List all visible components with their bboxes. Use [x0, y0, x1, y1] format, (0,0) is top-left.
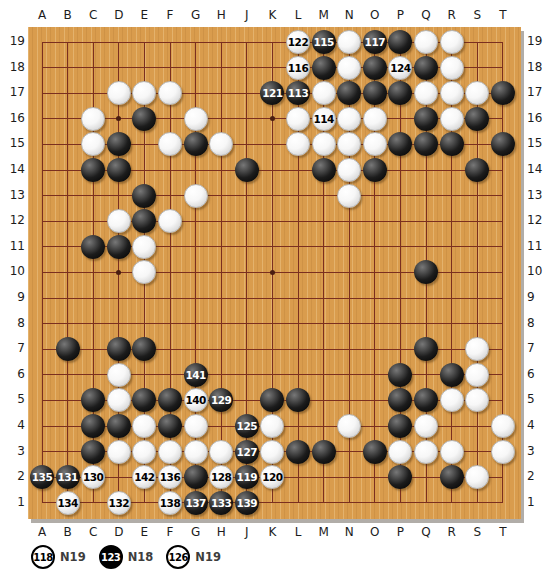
row-label: 6: [1, 367, 25, 381]
row-label: 3: [1, 444, 25, 458]
white-stone: 140: [184, 388, 208, 412]
column-label: R: [442, 525, 462, 539]
white-stone: 138: [158, 491, 182, 515]
move-caption: 118N19123N18126N19: [31, 544, 234, 570]
black-stone: [491, 81, 515, 105]
black-stone: [363, 81, 387, 105]
white-stone: [312, 132, 336, 156]
black-stone: [56, 337, 80, 361]
grid-line: [42, 298, 504, 299]
column-label: J: [237, 8, 257, 22]
white-stone: [158, 440, 182, 464]
white-stone: [414, 440, 438, 464]
white-stone: 116: [286, 56, 310, 80]
white-stone: [184, 440, 208, 464]
black-stone: 141: [184, 363, 208, 387]
white-stone: 114: [312, 107, 336, 131]
row-label: 5: [527, 392, 550, 406]
black-stone: [440, 465, 464, 489]
white-stone: [491, 414, 515, 438]
white-stone: [440, 81, 464, 105]
white-stone: 122: [286, 30, 310, 54]
grid-line: [42, 323, 504, 324]
row-label: 12: [527, 213, 550, 227]
column-label: G: [186, 8, 206, 22]
column-label: O: [365, 8, 385, 22]
white-stone: [414, 81, 438, 105]
row-label: 11: [1, 239, 25, 253]
black-stone: [312, 56, 336, 80]
black-stone: [184, 132, 208, 156]
white-stone: [491, 440, 515, 464]
white-stone: [414, 30, 438, 54]
column-label: S: [467, 8, 487, 22]
white-stone: [184, 107, 208, 131]
black-stone: 131: [56, 465, 80, 489]
black-stone: [107, 337, 131, 361]
column-label: L: [288, 525, 308, 539]
column-label: R: [442, 8, 462, 22]
column-label: E: [134, 525, 154, 539]
row-label: 3: [527, 444, 550, 458]
black-stone: [107, 414, 131, 438]
black-stone: [363, 158, 387, 182]
column-label: M: [314, 8, 334, 22]
row-label: 8: [1, 316, 25, 330]
black-stone: [414, 56, 438, 80]
column-label: M: [314, 525, 334, 539]
row-label: 7: [527, 341, 550, 355]
black-stone: [132, 184, 156, 208]
white-stone: [107, 363, 131, 387]
row-label: 11: [527, 239, 550, 253]
row-label: 5: [1, 392, 25, 406]
white-stone: [158, 209, 182, 233]
row-label: 1: [1, 495, 25, 509]
column-label: N: [339, 8, 359, 22]
column-label: J: [237, 525, 257, 539]
column-label: T: [493, 8, 513, 22]
black-stone: 133: [209, 491, 233, 515]
column-label: A: [32, 8, 52, 22]
row-label: 18: [527, 60, 550, 74]
caption-white-stone: 118: [31, 545, 55, 569]
row-label: 6: [527, 367, 550, 381]
white-stone: [81, 107, 105, 131]
column-label: F: [160, 8, 180, 22]
row-label: 2: [1, 469, 25, 483]
black-stone: [81, 235, 105, 259]
black-stone: [465, 107, 489, 131]
column-label: N: [339, 525, 359, 539]
row-label: 19: [1, 34, 25, 48]
black-stone: [107, 158, 131, 182]
column-label: K: [262, 8, 282, 22]
black-stone: 125: [235, 414, 259, 438]
black-stone: [81, 158, 105, 182]
row-label: 9: [527, 290, 550, 304]
row-label: 14: [1, 162, 25, 176]
black-stone: [440, 132, 464, 156]
black-stone: 137: [184, 491, 208, 515]
black-stone: 127: [235, 440, 259, 464]
black-stone: 119: [235, 465, 259, 489]
white-stone: [209, 440, 233, 464]
column-label: B: [58, 8, 78, 22]
white-stone: [440, 56, 464, 80]
column-label: P: [390, 8, 410, 22]
row-label: 4: [527, 418, 550, 432]
column-label: D: [109, 8, 129, 22]
black-stone: 113: [286, 81, 310, 105]
white-stone: [337, 158, 361, 182]
black-stone: [286, 440, 310, 464]
black-stone: [465, 158, 489, 182]
black-stone: 117: [363, 30, 387, 54]
row-label: 13: [527, 188, 550, 202]
white-stone: [337, 184, 361, 208]
caption-white-stone: 126: [166, 545, 190, 569]
white-stone: 136: [158, 465, 182, 489]
column-label: A: [32, 525, 52, 539]
row-label: 2: [527, 469, 550, 483]
white-stone: [260, 440, 284, 464]
go-diagram: 118N19123N18126N19 AABBCCDDEEFFGGHHJJKKL…: [0, 0, 550, 582]
white-stone: [363, 107, 387, 131]
black-stone: [440, 363, 464, 387]
caption-black-stone: 123: [99, 545, 123, 569]
white-stone: 124: [388, 56, 412, 80]
black-stone: [81, 440, 105, 464]
white-stone: [440, 107, 464, 131]
column-label: K: [262, 525, 282, 539]
column-label: F: [160, 525, 180, 539]
white-stone: [388, 440, 412, 464]
column-label: T: [493, 525, 513, 539]
white-stone: [440, 388, 464, 412]
column-label: G: [186, 525, 206, 539]
white-stone: [184, 184, 208, 208]
row-label: 17: [1, 85, 25, 99]
column-label: E: [134, 8, 154, 22]
column-label: Q: [416, 525, 436, 539]
white-stone: [337, 107, 361, 131]
column-label: S: [467, 525, 487, 539]
row-label: 7: [1, 341, 25, 355]
white-stone: [184, 414, 208, 438]
white-stone: [465, 363, 489, 387]
black-stone: [312, 158, 336, 182]
row-label: 12: [1, 213, 25, 227]
row-label: 14: [527, 162, 550, 176]
white-stone: [107, 81, 131, 105]
row-label: 15: [1, 136, 25, 150]
black-stone: [363, 56, 387, 80]
column-label: L: [288, 8, 308, 22]
black-stone: [184, 465, 208, 489]
white-stone: [158, 81, 182, 105]
row-label: 9: [1, 290, 25, 304]
column-label: D: [109, 525, 129, 539]
row-label: 4: [1, 418, 25, 432]
white-stone: [440, 440, 464, 464]
white-stone: [312, 81, 336, 105]
black-stone: [312, 440, 336, 464]
black-stone: [235, 158, 259, 182]
white-stone: [107, 440, 131, 464]
column-label: H: [211, 8, 231, 22]
black-stone: [414, 107, 438, 131]
row-label: 16: [527, 111, 550, 125]
caption-coord: N19: [195, 550, 221, 564]
white-stone: [286, 107, 310, 131]
row-label: 15: [527, 136, 550, 150]
row-label: 18: [1, 60, 25, 74]
white-stone: 134: [56, 491, 80, 515]
column-label: P: [390, 525, 410, 539]
row-label: 1: [527, 495, 550, 509]
black-stone: [363, 440, 387, 464]
column-label: O: [365, 525, 385, 539]
column-label: B: [58, 525, 78, 539]
black-stone: [107, 235, 131, 259]
black-stone: 135: [30, 465, 54, 489]
row-label: 19: [527, 34, 550, 48]
row-label: 17: [527, 85, 550, 99]
column-label: Q: [416, 8, 436, 22]
white-stone: [337, 56, 361, 80]
white-stone: [132, 440, 156, 464]
white-stone: [337, 30, 361, 54]
white-stone: [107, 209, 131, 233]
black-stone: [81, 414, 105, 438]
black-stone: 139: [235, 491, 259, 515]
white-stone: 132: [107, 491, 131, 515]
white-stone: [414, 414, 438, 438]
row-label: 10: [1, 264, 25, 278]
column-label: C: [83, 8, 103, 22]
white-stone: [440, 30, 464, 54]
row-label: 16: [1, 111, 25, 125]
row-label: 13: [1, 188, 25, 202]
column-label: H: [211, 525, 231, 539]
caption-coord: N19: [60, 550, 86, 564]
star-point: [270, 270, 275, 275]
row-label: 10: [527, 264, 550, 278]
caption-coord: N18: [128, 550, 154, 564]
black-stone: 115: [312, 30, 336, 54]
white-stone: [337, 414, 361, 438]
black-stone: [158, 414, 182, 438]
row-label: 8: [527, 316, 550, 330]
column-label: C: [83, 525, 103, 539]
black-stone: [414, 337, 438, 361]
